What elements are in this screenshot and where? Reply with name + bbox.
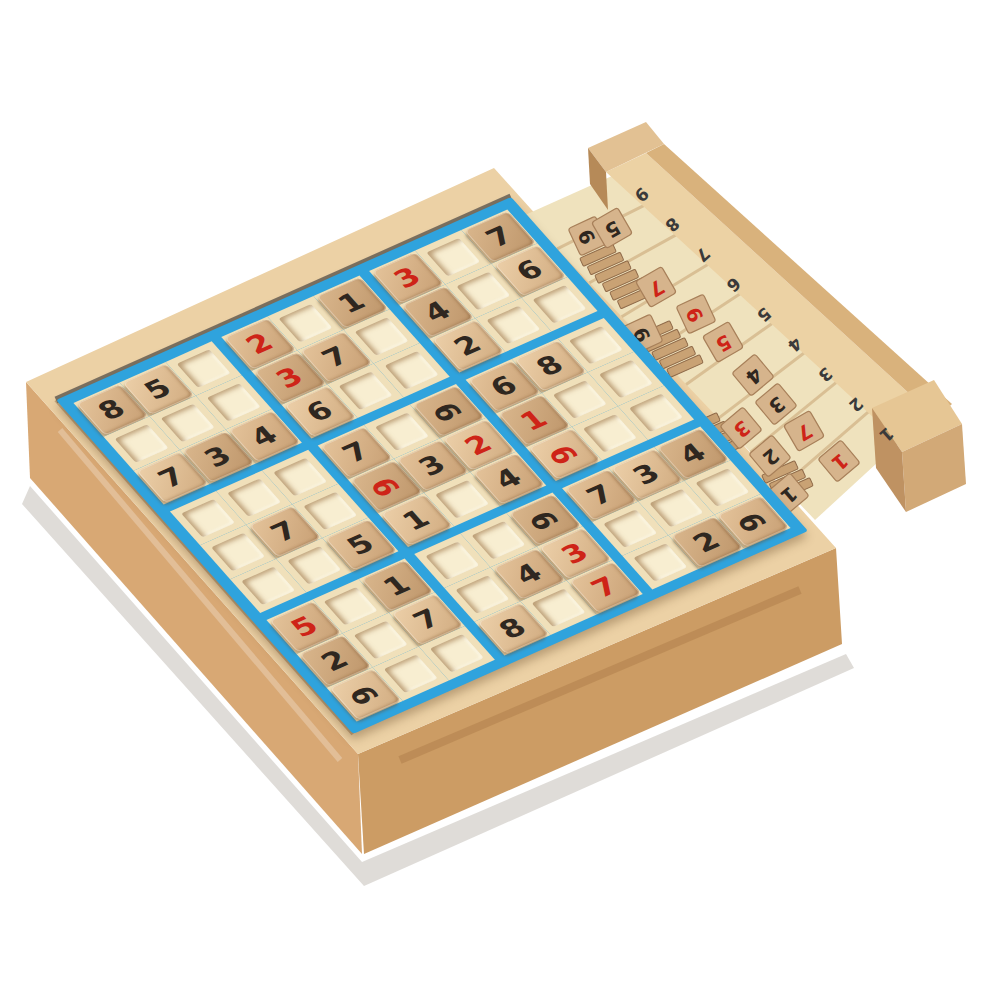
empty-recess [430,634,484,673]
empty-recess [455,575,509,614]
empty-recess [649,489,703,528]
empty-recess [273,458,327,497]
empty-recess [207,383,261,422]
empty-recess [471,521,525,560]
empty-recess [384,655,438,694]
empty-recess [553,380,607,419]
empty-recess [633,543,687,582]
empty-recess [181,499,235,538]
empty-recess [583,414,637,453]
empty-recess [486,306,540,345]
empty-recess [355,317,409,356]
empty-recess [629,394,683,433]
empty-recess [603,509,657,548]
product-photo-scene: 9579954332711 987654321 8521373746734627… [0,0,1000,1000]
empty-recess [278,304,332,343]
empty-recess [177,349,231,388]
empty-recess [695,468,749,507]
empty-recess [532,589,586,628]
empty-recess [569,326,623,365]
empty-recess [599,360,653,399]
empty-recess [211,533,265,572]
empty-recess [533,285,587,324]
empty-recess [339,372,393,411]
empty-recess [354,621,408,660]
empty-recess [303,492,357,531]
empty-recess [227,478,281,517]
empty-recess [375,412,429,451]
empty-recess [425,541,479,580]
empty-recess [435,480,489,519]
empty-recess [324,587,378,626]
empty-recess [385,351,439,390]
empty-recess [161,404,215,443]
empty-recess [456,272,510,311]
empty-recess [115,424,169,463]
empty-recess [287,546,341,585]
empty-recess [241,567,295,606]
empty-recess [426,238,480,277]
